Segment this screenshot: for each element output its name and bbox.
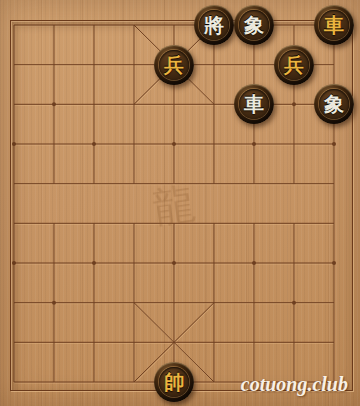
red-pawn[interactable]: 兵 xyxy=(154,45,194,85)
piece-layer: 將象車兵兵車象帥 xyxy=(0,5,354,402)
piece-glyph: 兵 xyxy=(164,55,184,75)
piece-glyph: 象 xyxy=(244,15,264,35)
piece-glyph: 將 xyxy=(204,15,224,35)
red-general[interactable]: 帥 xyxy=(154,362,194,402)
black-elephant[interactable]: 象 xyxy=(314,84,354,124)
piece-glyph: 象 xyxy=(324,94,344,114)
red-pawn[interactable]: 兵 xyxy=(274,45,314,85)
piece-glyph: 兵 xyxy=(284,55,304,75)
black-chariot[interactable]: 車 xyxy=(234,84,274,124)
piece-glyph: 車 xyxy=(244,94,264,114)
piece-glyph: 帥 xyxy=(164,372,184,392)
black-general[interactable]: 將 xyxy=(194,5,234,45)
xiangqi-board[interactable]: 龍 將象車兵兵車象帥 cotuong.club xyxy=(0,0,360,406)
black-elephant[interactable]: 象 xyxy=(234,5,274,45)
red-chariot[interactable]: 車 xyxy=(314,5,354,45)
piece-glyph: 車 xyxy=(324,15,344,35)
